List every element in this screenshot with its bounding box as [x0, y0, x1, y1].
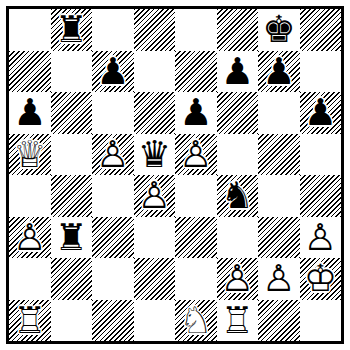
white-pawn-icon: ♙ [300, 217, 342, 259]
square-b8[interactable]: ♜♜ [51, 9, 93, 51]
black-rook-icon: ♜ [51, 9, 93, 51]
white-pawn-icon: ♙ [9, 217, 51, 259]
chess-board: ♜♜♚♚♟♟♟♟♟♟♟♟♟♟♟♟♛♕♟♙♛♛♟♙♟♙♞♞♟♙♜♜♟♙♟♙♟♙♚♔… [9, 9, 341, 341]
square-f8[interactable] [217, 9, 259, 51]
square-c8[interactable] [92, 9, 134, 51]
square-e4[interactable] [175, 175, 217, 217]
square-e1[interactable]: ♞♘ [175, 300, 217, 342]
piece-white-rook[interactable]: ♜♖ [9, 300, 51, 342]
square-f3[interactable] [217, 217, 259, 259]
board-frame: ♜♜♚♚♟♟♟♟♟♟♟♟♟♟♟♟♛♕♟♙♛♛♟♙♟♙♞♞♟♙♜♜♟♙♟♙♟♙♚♔… [6, 6, 344, 344]
square-b6[interactable] [51, 92, 93, 134]
square-a1[interactable]: ♜♖ [9, 300, 51, 342]
square-f6[interactable] [217, 92, 259, 134]
white-pawn-icon: ♙ [217, 258, 259, 300]
piece-white-pawn[interactable]: ♟♙ [175, 134, 217, 176]
square-e8[interactable] [175, 9, 217, 51]
square-g2[interactable]: ♟♙ [258, 258, 300, 300]
square-h2[interactable]: ♚♔ [300, 258, 342, 300]
piece-white-pawn[interactable]: ♟♙ [258, 258, 300, 300]
piece-white-king[interactable]: ♚♔ [300, 258, 342, 300]
square-g4[interactable] [258, 175, 300, 217]
piece-black-king[interactable]: ♚♚ [258, 9, 300, 51]
piece-black-pawn[interactable]: ♟♟ [175, 92, 217, 134]
square-d7[interactable] [134, 51, 176, 93]
square-d4[interactable]: ♟♙ [134, 175, 176, 217]
white-pawn-icon: ♙ [175, 134, 217, 176]
white-rook-icon: ♖ [9, 300, 51, 342]
square-f4[interactable]: ♞♞ [217, 175, 259, 217]
square-d6[interactable] [134, 92, 176, 134]
square-c1[interactable] [92, 300, 134, 342]
square-b5[interactable] [51, 134, 93, 176]
piece-black-rook[interactable]: ♜♜ [51, 9, 93, 51]
square-b3[interactable]: ♜♜ [51, 217, 93, 259]
piece-black-pawn[interactable]: ♟♟ [217, 51, 259, 93]
white-pawn-icon: ♙ [258, 258, 300, 300]
piece-white-knight[interactable]: ♞♘ [175, 300, 217, 342]
black-rook-icon: ♜ [51, 217, 93, 259]
square-e6[interactable]: ♟♟ [175, 92, 217, 134]
piece-black-pawn[interactable]: ♟♟ [92, 51, 134, 93]
square-g6[interactable] [258, 92, 300, 134]
square-a5[interactable]: ♛♕ [9, 134, 51, 176]
square-d2[interactable] [134, 258, 176, 300]
square-d8[interactable] [134, 9, 176, 51]
piece-white-pawn[interactable]: ♟♙ [92, 134, 134, 176]
piece-black-pawn[interactable]: ♟♟ [258, 51, 300, 93]
white-pawn-icon: ♙ [92, 134, 134, 176]
black-pawn-icon: ♟ [300, 92, 342, 134]
black-queen-icon: ♛ [134, 134, 176, 176]
black-pawn-icon: ♟ [9, 92, 51, 134]
piece-black-pawn[interactable]: ♟♟ [300, 92, 342, 134]
square-h8[interactable] [300, 9, 342, 51]
black-pawn-icon: ♟ [258, 51, 300, 93]
black-king-icon: ♚ [258, 9, 300, 51]
piece-white-pawn[interactable]: ♟♙ [217, 258, 259, 300]
square-a6[interactable]: ♟♟ [9, 92, 51, 134]
square-b7[interactable] [51, 51, 93, 93]
square-a3[interactable]: ♟♙ [9, 217, 51, 259]
square-f1[interactable]: ♜♖ [217, 300, 259, 342]
square-h1[interactable] [300, 300, 342, 342]
piece-black-pawn[interactable]: ♟♟ [9, 92, 51, 134]
piece-black-rook[interactable]: ♜♜ [51, 217, 93, 259]
white-knight-icon: ♘ [175, 300, 217, 342]
square-d5[interactable]: ♛♛ [134, 134, 176, 176]
square-h3[interactable]: ♟♙ [300, 217, 342, 259]
square-g5[interactable] [258, 134, 300, 176]
square-h4[interactable] [300, 175, 342, 217]
square-f5[interactable] [217, 134, 259, 176]
square-b1[interactable] [51, 300, 93, 342]
black-pawn-icon: ♟ [92, 51, 134, 93]
square-e7[interactable] [175, 51, 217, 93]
piece-white-queen[interactable]: ♛♕ [9, 134, 51, 176]
square-a4[interactable] [9, 175, 51, 217]
black-pawn-icon: ♟ [217, 51, 259, 93]
piece-white-pawn[interactable]: ♟♙ [9, 217, 51, 259]
square-h7[interactable] [300, 51, 342, 93]
square-c6[interactable] [92, 92, 134, 134]
square-g3[interactable] [258, 217, 300, 259]
square-f2[interactable]: ♟♙ [217, 258, 259, 300]
square-a8[interactable] [9, 9, 51, 51]
white-queen-icon: ♕ [9, 134, 51, 176]
square-b4[interactable] [51, 175, 93, 217]
piece-black-queen[interactable]: ♛♛ [134, 134, 176, 176]
black-pawn-icon: ♟ [175, 92, 217, 134]
piece-white-pawn[interactable]: ♟♙ [134, 175, 176, 217]
white-king-icon: ♔ [300, 258, 342, 300]
square-d1[interactable] [134, 300, 176, 342]
square-c5[interactable]: ♟♙ [92, 134, 134, 176]
square-f7[interactable]: ♟♟ [217, 51, 259, 93]
square-e2[interactable] [175, 258, 217, 300]
black-knight-icon: ♞ [217, 175, 259, 217]
square-d3[interactable] [134, 217, 176, 259]
square-h5[interactable] [300, 134, 342, 176]
white-pawn-icon: ♙ [134, 175, 176, 217]
white-rook-icon: ♖ [217, 300, 259, 342]
piece-white-rook[interactable]: ♜♖ [217, 300, 259, 342]
square-c3[interactable] [92, 217, 134, 259]
square-a7[interactable] [9, 51, 51, 93]
square-e3[interactable] [175, 217, 217, 259]
square-g1[interactable] [258, 300, 300, 342]
square-c4[interactable] [92, 175, 134, 217]
square-c7[interactable]: ♟♟ [92, 51, 134, 93]
square-a2[interactable] [9, 258, 51, 300]
square-g7[interactable]: ♟♟ [258, 51, 300, 93]
square-c2[interactable] [92, 258, 134, 300]
square-b2[interactable] [51, 258, 93, 300]
piece-white-pawn[interactable]: ♟♙ [300, 217, 342, 259]
square-e5[interactable]: ♟♙ [175, 134, 217, 176]
piece-black-knight[interactable]: ♞♞ [217, 175, 259, 217]
square-h6[interactable]: ♟♟ [300, 92, 342, 134]
square-g8[interactable]: ♚♚ [258, 9, 300, 51]
